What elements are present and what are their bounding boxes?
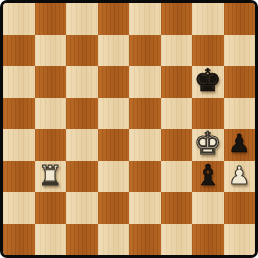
square-d8[interactable] xyxy=(98,3,130,35)
square-e2[interactable] xyxy=(129,192,161,224)
square-e1[interactable] xyxy=(129,224,161,256)
square-h4[interactable]: ♟ xyxy=(224,129,256,161)
square-c1[interactable] xyxy=(66,224,98,256)
square-h7[interactable] xyxy=(224,35,256,67)
square-d5[interactable] xyxy=(98,98,130,130)
square-f6[interactable] xyxy=(161,66,193,98)
square-b8[interactable] xyxy=(35,3,67,35)
square-a5[interactable] xyxy=(3,98,35,130)
square-b3[interactable]: ♜ xyxy=(35,161,67,193)
square-b5[interactable] xyxy=(35,98,67,130)
square-g6[interactable]: ♚ xyxy=(192,66,224,98)
black-bishop[interactable]: ♝ xyxy=(195,161,221,190)
square-a3[interactable] xyxy=(3,161,35,193)
square-a8[interactable] xyxy=(3,3,35,35)
square-e3[interactable] xyxy=(129,161,161,193)
square-f2[interactable] xyxy=(161,192,193,224)
square-b2[interactable] xyxy=(35,192,67,224)
square-g3[interactable]: ♝ xyxy=(192,161,224,193)
square-g4[interactable]: ♚ xyxy=(192,129,224,161)
square-d2[interactable] xyxy=(98,192,130,224)
square-h5[interactable] xyxy=(224,98,256,130)
square-e8[interactable] xyxy=(129,3,161,35)
square-f7[interactable] xyxy=(161,35,193,67)
square-e6[interactable] xyxy=(129,66,161,98)
square-f3[interactable] xyxy=(161,161,193,193)
square-c7[interactable] xyxy=(66,35,98,67)
square-c3[interactable] xyxy=(66,161,98,193)
white-king[interactable]: ♚ xyxy=(194,128,222,159)
chess-board: ♚♚♟♜♝♟ xyxy=(3,3,255,255)
square-d3[interactable] xyxy=(98,161,130,193)
square-e7[interactable] xyxy=(129,35,161,67)
square-g2[interactable] xyxy=(192,192,224,224)
square-h2[interactable] xyxy=(224,192,256,224)
square-a2[interactable] xyxy=(3,192,35,224)
square-f1[interactable] xyxy=(161,224,193,256)
square-c6[interactable] xyxy=(66,66,98,98)
square-c2[interactable] xyxy=(66,192,98,224)
square-g8[interactable] xyxy=(192,3,224,35)
square-h6[interactable] xyxy=(224,66,256,98)
square-h3[interactable]: ♟ xyxy=(224,161,256,193)
square-e4[interactable] xyxy=(129,129,161,161)
square-f8[interactable] xyxy=(161,3,193,35)
square-f5[interactable] xyxy=(161,98,193,130)
square-a6[interactable] xyxy=(3,66,35,98)
square-c5[interactable] xyxy=(66,98,98,130)
square-b1[interactable] xyxy=(35,224,67,256)
square-d4[interactable] xyxy=(98,129,130,161)
square-a7[interactable] xyxy=(3,35,35,67)
black-king[interactable]: ♚ xyxy=(194,65,222,96)
square-h1[interactable] xyxy=(224,224,256,256)
white-rook[interactable]: ♜ xyxy=(38,162,62,189)
square-c4[interactable] xyxy=(66,129,98,161)
square-f4[interactable] xyxy=(161,129,193,161)
square-e5[interactable] xyxy=(129,98,161,130)
square-d6[interactable] xyxy=(98,66,130,98)
square-d7[interactable] xyxy=(98,35,130,67)
black-pawn[interactable]: ♟ xyxy=(228,131,250,156)
square-g1[interactable] xyxy=(192,224,224,256)
square-d1[interactable] xyxy=(98,224,130,256)
square-a1[interactable] xyxy=(3,224,35,256)
square-c8[interactable] xyxy=(66,3,98,35)
square-b7[interactable] xyxy=(35,35,67,67)
chess-board-frame: ♚♚♟♜♝♟ xyxy=(0,0,258,258)
white-pawn[interactable]: ♟ xyxy=(228,163,250,188)
square-h8[interactable] xyxy=(224,3,256,35)
square-b4[interactable] xyxy=(35,129,67,161)
square-a4[interactable] xyxy=(3,129,35,161)
square-b6[interactable] xyxy=(35,66,67,98)
